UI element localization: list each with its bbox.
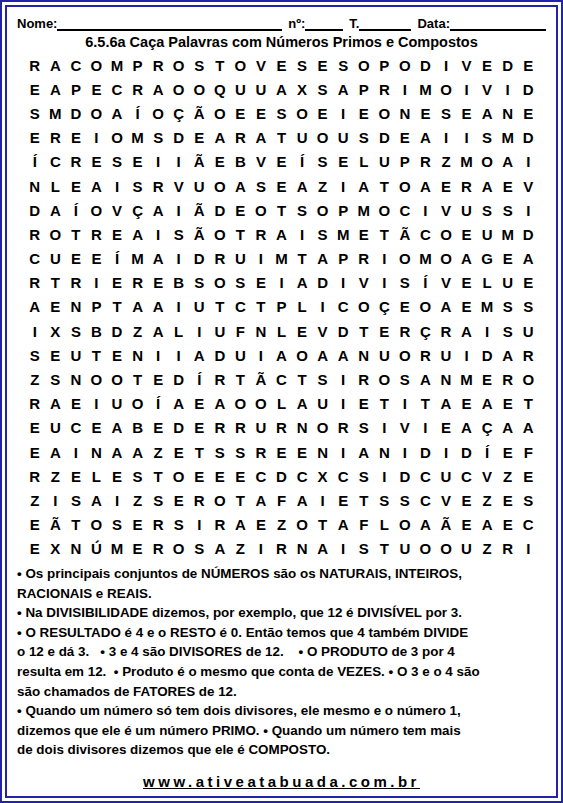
grid-cell[interactable]: T — [312, 513, 333, 537]
grid-cell[interactable]: P — [333, 198, 354, 222]
grid-cell[interactable]: F — [271, 488, 292, 512]
grid-cell[interactable]: U — [45, 247, 66, 271]
grid-cell[interactable]: N — [66, 537, 87, 561]
grid-cell[interactable]: O — [477, 150, 498, 174]
grid-cell[interactable]: U — [395, 537, 416, 561]
grid-cell[interactable]: E — [497, 440, 518, 464]
grid-cell[interactable]: S — [230, 271, 251, 295]
grid-cell[interactable]: M — [107, 537, 128, 561]
grid-cell[interactable]: Ç — [168, 101, 189, 125]
grid-cell[interactable]: E — [353, 392, 374, 416]
grid-cell[interactable]: S — [353, 416, 374, 440]
grid-cell[interactable]: S — [497, 319, 518, 343]
grid-cell[interactable]: R — [127, 77, 148, 101]
grid-cell[interactable]: Ã — [189, 198, 210, 222]
grid-cell[interactable]: A — [312, 343, 333, 367]
grid-cell[interactable]: Z — [148, 440, 169, 464]
grid-cell[interactable]: D — [456, 440, 477, 464]
grid-cell[interactable]: A — [518, 416, 539, 440]
grid-cell[interactable]: E — [518, 464, 539, 488]
grid-cell[interactable]: A — [107, 416, 128, 440]
grid-cell[interactable]: D — [271, 464, 292, 488]
grid-cell[interactable]: F — [353, 513, 374, 537]
grid-cell[interactable]: E — [456, 222, 477, 246]
grid-cell[interactable]: R — [210, 416, 231, 440]
grid-cell[interactable]: Ç — [415, 319, 436, 343]
grid-cell[interactable]: I — [456, 77, 477, 101]
grid-cell[interactable]: O — [168, 77, 189, 101]
grid-cell[interactable]: D — [395, 464, 416, 488]
grid-cell[interactable]: I — [333, 101, 354, 125]
grid-cell[interactable]: O — [230, 53, 251, 77]
grid-cell[interactable]: S — [395, 488, 416, 512]
grid-cell[interactable]: S — [497, 198, 518, 222]
grid-cell[interactable]: N — [86, 440, 107, 464]
grid-cell[interactable]: T — [353, 488, 374, 512]
grid-cell[interactable]: U — [292, 126, 313, 150]
grid-cell[interactable]: O — [168, 537, 189, 561]
grid-cell[interactable]: C — [107, 77, 128, 101]
grid-cell[interactable]: F — [518, 440, 539, 464]
grid-cell[interactable]: B — [127, 416, 148, 440]
grid-cell[interactable]: U — [477, 222, 498, 246]
grid-cell[interactable]: O — [436, 222, 457, 246]
grid-cell[interactable]: R — [25, 271, 46, 295]
grid-cell[interactable]: I — [312, 488, 333, 512]
grid-cell[interactable]: I — [518, 150, 539, 174]
grid-cell[interactable]: P — [66, 77, 87, 101]
grid-cell[interactable]: M — [45, 101, 66, 125]
grid-cell[interactable]: C — [66, 53, 87, 77]
grid-cell[interactable]: S — [25, 101, 46, 125]
grid-cell[interactable]: Z — [436, 150, 457, 174]
grid-cell[interactable]: I — [518, 537, 539, 561]
grid-cell[interactable]: U — [456, 198, 477, 222]
grid-cell[interactable]: T — [107, 295, 128, 319]
grid-cell[interactable]: L — [292, 295, 313, 319]
grid-cell[interactable]: I — [333, 440, 354, 464]
grid-cell[interactable]: A — [477, 392, 498, 416]
footer-url[interactable]: www.ativeatabuada.com.br — [17, 773, 546, 792]
grid-cell[interactable]: S — [518, 295, 539, 319]
grid-cell[interactable]: L — [45, 174, 66, 198]
grid-cell[interactable]: S — [477, 126, 498, 150]
grid-cell[interactable]: U — [374, 343, 395, 367]
grid-cell[interactable]: A — [456, 319, 477, 343]
grid-cell[interactable]: R — [148, 53, 169, 77]
grid-cell[interactable]: A — [436, 295, 457, 319]
grid-cell[interactable]: Z — [25, 367, 46, 391]
grid-cell[interactable]: P — [333, 247, 354, 271]
grid-cell[interactable]: I — [436, 440, 457, 464]
grid-cell[interactable]: O — [395, 513, 416, 537]
grid-cell[interactable]: R — [210, 367, 231, 391]
grid-cell[interactable]: E — [66, 126, 87, 150]
grid-cell[interactable]: A — [107, 101, 128, 125]
grid-cell[interactable]: O — [148, 101, 169, 125]
grid-cell[interactable]: R — [210, 513, 231, 537]
grid-cell[interactable]: I — [333, 537, 354, 561]
grid-cell[interactable]: D — [107, 319, 128, 343]
grid-cell[interactable]: O — [395, 174, 416, 198]
grid-cell[interactable]: O — [251, 392, 272, 416]
grid-cell[interactable]: O — [353, 295, 374, 319]
grid-cell[interactable]: T — [374, 537, 395, 561]
grid-cell[interactable]: A — [312, 247, 333, 271]
grid-cell[interactable]: V — [436, 198, 457, 222]
grid-cell[interactable]: D — [210, 343, 231, 367]
grid-cell[interactable]: A — [45, 198, 66, 222]
grid-cell[interactable]: R — [436, 319, 457, 343]
grid-cell[interactable]: E — [189, 392, 210, 416]
grid-cell[interactable]: D — [312, 271, 333, 295]
grid-cell[interactable]: I — [333, 174, 354, 198]
grid-cell[interactable]: A — [189, 343, 210, 367]
grid-cell[interactable]: D — [25, 198, 46, 222]
grid-cell[interactable]: Ã — [436, 513, 457, 537]
grid-cell[interactable]: D — [518, 77, 539, 101]
grid-cell[interactable]: I — [312, 295, 333, 319]
grid-cell[interactable]: Z — [45, 464, 66, 488]
grid-cell[interactable]: E — [168, 488, 189, 512]
grid-cell[interactable]: S — [66, 488, 87, 512]
grid-cell[interactable]: E — [497, 513, 518, 537]
grid-cell[interactable]: Z — [477, 488, 498, 512]
grid-cell[interactable]: I — [148, 222, 169, 246]
grid-cell[interactable]: T — [518, 392, 539, 416]
grid-cell[interactable]: A — [497, 343, 518, 367]
grid-cell[interactable]: E — [395, 126, 416, 150]
grid-cell[interactable]: T — [230, 222, 251, 246]
grid-cell[interactable]: Ç — [477, 416, 498, 440]
grid-cell[interactable]: C — [251, 464, 272, 488]
grid-cell[interactable]: E — [415, 101, 436, 125]
grid-cell[interactable]: D — [189, 247, 210, 271]
grid-cell[interactable]: S — [107, 513, 128, 537]
grid-cell[interactable]: E — [497, 247, 518, 271]
grid-cell[interactable]: T — [374, 392, 395, 416]
grid-cell[interactable]: A — [497, 150, 518, 174]
grid-cell[interactable]: S — [210, 440, 231, 464]
grid-cell[interactable]: I — [374, 464, 395, 488]
grid-cell[interactable]: U — [374, 150, 395, 174]
grid-cell[interactable]: Z — [497, 464, 518, 488]
grid-cell[interactable]: T — [292, 247, 313, 271]
grid-cell[interactable]: E — [518, 53, 539, 77]
grid-cell[interactable]: N — [353, 343, 374, 367]
grid-cell[interactable]: Í — [107, 247, 128, 271]
grid-cell[interactable]: C — [25, 247, 46, 271]
grid-cell[interactable]: E — [66, 464, 87, 488]
grid-cell[interactable]: A — [271, 222, 292, 246]
grid-cell[interactable]: I — [395, 77, 416, 101]
grid-cell[interactable]: E — [127, 150, 148, 174]
grid-cell[interactable]: E — [497, 392, 518, 416]
grid-cell[interactable]: O — [415, 537, 436, 561]
grid-cell[interactable]: L — [477, 271, 498, 295]
grid-cell[interactable]: I — [107, 174, 128, 198]
grid-cell[interactable]: A — [312, 537, 333, 561]
grid-cell[interactable]: E — [25, 537, 46, 561]
grid-cell[interactable]: C — [292, 464, 313, 488]
grid-cell[interactable]: E — [210, 464, 231, 488]
grid-cell[interactable]: E — [25, 126, 46, 150]
grid-cell[interactable]: S — [251, 174, 272, 198]
grid-cell[interactable]: E — [271, 174, 292, 198]
grid-cell[interactable]: S — [436, 101, 457, 125]
grid-cell[interactable]: Í — [292, 150, 313, 174]
name-field[interactable] — [57, 15, 282, 31]
grid-cell[interactable]: E — [353, 222, 374, 246]
grid-cell[interactable]: U — [210, 319, 231, 343]
grid-cell[interactable]: I — [168, 198, 189, 222]
grid-cell[interactable]: S — [312, 367, 333, 391]
grid-cell[interactable]: A — [45, 77, 66, 101]
grid-cell[interactable]: X — [312, 464, 333, 488]
grid-cell[interactable]: E — [456, 295, 477, 319]
grid-cell[interactable]: R — [456, 174, 477, 198]
grid-cell[interactable]: O — [86, 198, 107, 222]
grid-cell[interactable]: I — [168, 150, 189, 174]
grid-cell[interactable]: T — [374, 174, 395, 198]
grid-cell[interactable]: E — [271, 150, 292, 174]
grid-cell[interactable]: E — [107, 464, 128, 488]
grid-cell[interactable]: C — [456, 464, 477, 488]
grid-cell[interactable]: M — [456, 367, 477, 391]
grid-cell[interactable]: U — [107, 392, 128, 416]
grid-cell[interactable]: E — [436, 174, 457, 198]
grid-cell[interactable]: O — [127, 392, 148, 416]
grid-cell[interactable]: M — [333, 222, 354, 246]
grid-cell[interactable]: U — [436, 343, 457, 367]
grid-cell[interactable]: R — [230, 416, 251, 440]
grid-cell[interactable]: A — [477, 101, 498, 125]
grid-cell[interactable]: O — [374, 198, 395, 222]
grid-cell[interactable]: U — [189, 174, 210, 198]
grid-cell[interactable]: A — [353, 174, 374, 198]
grid-cell[interactable]: S — [292, 198, 313, 222]
grid-cell[interactable]: C — [230, 295, 251, 319]
grid-cell[interactable]: E — [86, 247, 107, 271]
grid-cell[interactable]: T — [271, 126, 292, 150]
grid-cell[interactable]: Z — [25, 488, 46, 512]
grid-cell[interactable]: B — [86, 319, 107, 343]
grid-cell[interactable]: E — [497, 488, 518, 512]
grid-cell[interactable]: I — [374, 271, 395, 295]
grid-cell[interactable]: Ú — [86, 537, 107, 561]
grid-cell[interactable]: Ç — [127, 198, 148, 222]
grid-cell[interactable]: S — [189, 271, 210, 295]
grid-cell[interactable]: U — [333, 126, 354, 150]
grid-cell[interactable]: S — [333, 53, 354, 77]
grid-cell[interactable]: N — [292, 537, 313, 561]
grid-cell[interactable]: R — [271, 537, 292, 561]
grid-cell[interactable]: A — [148, 198, 169, 222]
grid-cell[interactable]: D — [415, 440, 436, 464]
grid-cell[interactable]: E — [456, 271, 477, 295]
grid-cell[interactable]: E — [189, 126, 210, 150]
grid-cell[interactable]: U — [230, 247, 251, 271]
grid-cell[interactable]: D — [518, 126, 539, 150]
grid-cell[interactable]: P — [395, 150, 416, 174]
grid-cell[interactable]: E — [189, 416, 210, 440]
grid-cell[interactable]: V — [518, 174, 539, 198]
grid-cell[interactable]: E — [456, 392, 477, 416]
grid-cell[interactable]: A — [210, 126, 231, 150]
grid-cell[interactable]: D — [66, 101, 87, 125]
grid-cell[interactable]: R — [353, 247, 374, 271]
grid-cell[interactable]: A — [415, 126, 436, 150]
grid-cell[interactable]: U — [45, 416, 66, 440]
grid-cell[interactable]: A — [230, 513, 251, 537]
grid-cell[interactable]: O — [189, 77, 210, 101]
grid-cell[interactable]: L — [353, 150, 374, 174]
grid-cell[interactable]: T — [210, 295, 231, 319]
grid-cell[interactable]: S — [271, 101, 292, 125]
grid-cell[interactable]: O — [210, 174, 231, 198]
grid-cell[interactable]: I — [251, 537, 272, 561]
grid-cell[interactable]: N — [292, 416, 313, 440]
grid-cell[interactable]: Ã — [189, 101, 210, 125]
grid-cell[interactable]: U — [497, 271, 518, 295]
grid-cell[interactable]: A — [25, 295, 46, 319]
grid-cell[interactable]: A — [45, 440, 66, 464]
grid-cell[interactable]: O — [210, 488, 231, 512]
grid-cell[interactable]: I — [148, 343, 169, 367]
grid-cell[interactable]: E — [292, 440, 313, 464]
grid-cell[interactable]: M — [497, 126, 518, 150]
grid-cell[interactable]: R — [86, 222, 107, 246]
grid-cell[interactable]: M — [353, 198, 374, 222]
grid-cell[interactable]: R — [45, 126, 66, 150]
grid-cell[interactable]: T — [86, 343, 107, 367]
grid-cell[interactable]: S — [230, 440, 251, 464]
grid-cell[interactable]: N — [251, 319, 272, 343]
grid-cell[interactable]: B — [230, 150, 251, 174]
grid-cell[interactable]: S — [353, 464, 374, 488]
grid-cell[interactable]: A — [86, 174, 107, 198]
grid-cell[interactable]: A — [415, 367, 436, 391]
grid-cell[interactable]: E — [230, 198, 251, 222]
grid-cell[interactable]: I — [415, 198, 436, 222]
grid-cell[interactable]: E — [477, 367, 498, 391]
grid-cell[interactable]: R — [374, 77, 395, 101]
grid-cell[interactable]: O — [353, 53, 374, 77]
grid-cell[interactable]: O — [415, 295, 436, 319]
grid-cell[interactable]: S — [107, 150, 128, 174]
grid-cell[interactable]: U — [456, 537, 477, 561]
grid-cell[interactable]: E — [271, 440, 292, 464]
grid-cell[interactable]: N — [312, 440, 333, 464]
grid-cell[interactable]: S — [148, 126, 169, 150]
grid-cell[interactable]: I — [395, 392, 416, 416]
grid-cell[interactable]: R — [333, 416, 354, 440]
grid-cell[interactable]: L — [271, 392, 292, 416]
grid-cell[interactable]: R — [497, 537, 518, 561]
grid-cell[interactable]: S — [312, 222, 333, 246]
grid-cell[interactable]: A — [127, 222, 148, 246]
grid-cell[interactable]: I — [333, 271, 354, 295]
grid-cell[interactable]: M — [127, 247, 148, 271]
grid-cell[interactable]: T — [45, 271, 66, 295]
grid-cell[interactable]: T — [353, 319, 374, 343]
grid-cell[interactable]: E — [189, 464, 210, 488]
grid-cell[interactable]: V — [436, 271, 457, 295]
grid-cell[interactable]: E — [353, 101, 374, 125]
grid-cell[interactable]: E — [25, 416, 46, 440]
grid-cell[interactable]: N — [374, 440, 395, 464]
grid-cell[interactable]: A — [107, 440, 128, 464]
grid-cell[interactable]: C — [333, 295, 354, 319]
grid-cell[interactable]: A — [86, 488, 107, 512]
grid-cell[interactable]: I — [251, 343, 272, 367]
grid-cell[interactable]: O — [168, 53, 189, 77]
grid-cell[interactable]: T — [415, 392, 436, 416]
grid-cell[interactable]: S — [148, 488, 169, 512]
grid-cell[interactable]: N — [25, 174, 46, 198]
grid-cell[interactable]: V — [251, 53, 272, 77]
grid-cell[interactable]: A — [148, 295, 169, 319]
grid-cell[interactable]: X — [292, 77, 313, 101]
grid-cell[interactable]: X — [45, 537, 66, 561]
grid-cell[interactable]: N — [66, 367, 87, 391]
grid-cell[interactable]: O — [395, 343, 416, 367]
grid-cell[interactable]: E — [333, 488, 354, 512]
grid-cell[interactable]: C — [45, 150, 66, 174]
grid-cell[interactable]: I — [374, 416, 395, 440]
grid-cell[interactable]: Ã — [189, 150, 210, 174]
grid-cell[interactable]: F — [230, 319, 251, 343]
grid-cell[interactable]: A — [353, 440, 374, 464]
grid-cell[interactable]: U — [436, 464, 457, 488]
grid-cell[interactable]: C — [415, 464, 436, 488]
grid-cell[interactable]: Z — [230, 537, 251, 561]
grid-cell[interactable]: U — [312, 392, 333, 416]
grid-cell[interactable]: O — [436, 537, 457, 561]
grid-cell[interactable]: D — [415, 53, 436, 77]
grid-cell[interactable]: O — [210, 222, 231, 246]
grid-cell[interactable]: E — [107, 222, 128, 246]
grid-cell[interactable]: I — [148, 150, 169, 174]
grid-cell[interactable]: E — [436, 416, 457, 440]
grid-cell[interactable]: A — [456, 247, 477, 271]
grid-cell[interactable]: C — [415, 222, 436, 246]
grid-cell[interactable]: E — [518, 101, 539, 125]
grid-cell[interactable]: I — [333, 367, 354, 391]
grid-cell[interactable]: U — [251, 77, 272, 101]
grid-cell[interactable]: E — [251, 271, 272, 295]
grid-cell[interactable]: E — [107, 343, 128, 367]
grid-cell[interactable]: I — [66, 440, 87, 464]
grid-cell[interactable]: A — [251, 126, 272, 150]
grid-cell[interactable]: A — [148, 247, 169, 271]
grid-cell[interactable]: A — [210, 392, 231, 416]
grid-cell[interactable]: I — [395, 440, 416, 464]
grid-cell[interactable]: A — [45, 392, 66, 416]
grid-cell[interactable]: C — [333, 464, 354, 488]
grid-cell[interactable]: B — [168, 271, 189, 295]
grid-cell[interactable]: Z — [127, 319, 148, 343]
grid-cell[interactable]: O — [395, 53, 416, 77]
grid-cell[interactable]: R — [127, 271, 148, 295]
grid-cell[interactable]: A — [436, 392, 457, 416]
grid-cell[interactable]: A — [230, 174, 251, 198]
grid-cell[interactable]: V — [312, 319, 333, 343]
grid-cell[interactable]: M — [497, 222, 518, 246]
grid-cell[interactable]: S — [292, 53, 313, 77]
turma-field[interactable] — [359, 15, 411, 31]
grid-cell[interactable]: I — [456, 343, 477, 367]
